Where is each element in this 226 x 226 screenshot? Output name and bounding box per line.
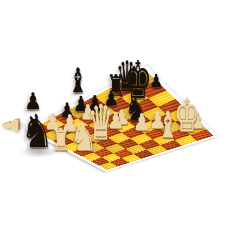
piece-white-king-b1[interactable]: ♚ (175, 92, 200, 138)
piece-white-knight-g4[interactable]: ♞ (70, 118, 97, 156)
piece-white-bishop-c2[interactable]: ♝ (158, 107, 178, 143)
piece-white-rook-h5[interactable]: ♜ (51, 125, 70, 155)
piece-white-pawn-fallen-left[interactable]: ♟ (0, 117, 22, 134)
chess-set-photo-scene: ♝♛♚♜♟♟♟♟♟♞♜♞♛♟♟♟♟♟♟♟♟♝♚♞♟♟ (0, 0, 226, 226)
pieces-layer: ♝♛♚♜♟♟♟♟♟♞♜♞♛♟♟♟♟♟♟♟♟♝♚♞♟♟ (0, 0, 226, 226)
piece-white-pawn-d3[interactable]: ♟ (133, 111, 151, 134)
piece-black-knight-standing-left[interactable]: ♞ (21, 108, 54, 154)
